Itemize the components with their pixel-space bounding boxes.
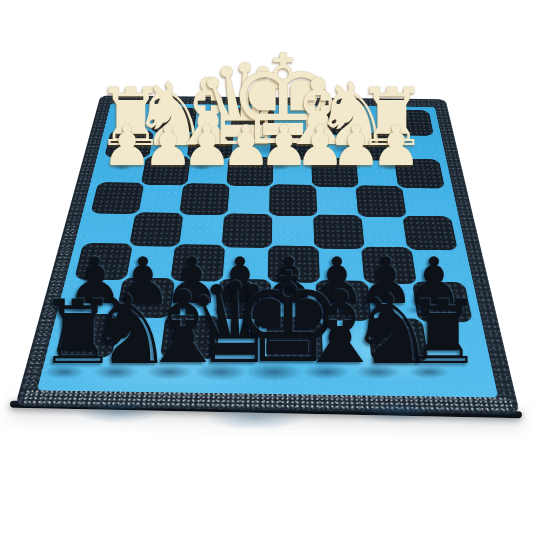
black-rook: ♜ [404,289,483,377]
board-square-light [85,213,137,245]
board-square-dark [90,182,144,214]
board-square-light [400,187,449,217]
board-square-light [314,186,360,216]
board-square-dark [268,184,316,216]
board-square-light [226,185,271,215]
board-square-dark [179,183,229,215]
board-square-light [177,214,226,246]
board-square-dark [355,185,406,217]
board-square-light [137,184,185,214]
board-margin-shadow [190,402,320,434]
white-pawn: ♟ [371,118,421,174]
board-square-dark [129,212,183,247]
product-photo: ♜♞♝♛♚♝♞♜♟♟♟♟♟♟♟♟♟♟♟♟♟♟♟♟♜♞♝♛♚♝♞♜ [0,0,533,533]
board-square-light [270,215,316,247]
board-square-dark [221,213,272,248]
board-margin-shadow [63,397,173,427]
board-margin-shadow [343,398,453,426]
